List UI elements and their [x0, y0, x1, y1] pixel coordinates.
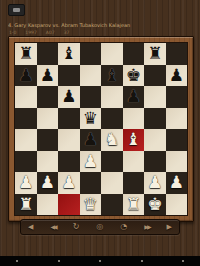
square-e1[interactable]: [101, 194, 123, 216]
nav-dot: [58, 260, 60, 262]
square-a8[interactable]: ♜: [15, 43, 37, 65]
square-d5[interactable]: ♛: [80, 108, 102, 130]
chess-app-screen: 4. Gary Kasparov vs. Abram Tubakovich Ka…: [0, 0, 200, 266]
square-g2[interactable]: ♟: [144, 172, 166, 194]
square-h8[interactable]: [166, 43, 188, 65]
square-a7[interactable]: ♟: [15, 65, 37, 87]
square-a5[interactable]: [15, 108, 37, 130]
square-g4[interactable]: [144, 129, 166, 151]
square-b6[interactable]: [37, 86, 59, 108]
black-pawn-c6: ♟: [61, 88, 76, 105]
board-frame: ♜♝♜♟♟♝♚♟♟♟♛♟♞♝♟♟♟♟♟♟♜♛♜♚: [8, 36, 194, 222]
next-game-button[interactable]: ▶: [167, 223, 172, 231]
square-e2[interactable]: [101, 172, 123, 194]
engine-button[interactable]: ◎: [96, 223, 103, 231]
black-pawn-a7: ♟: [18, 67, 33, 84]
white-bishop-f4: ♝: [126, 131, 141, 148]
square-g8[interactable]: ♜: [144, 43, 166, 65]
clock-button[interactable]: ◔: [120, 223, 127, 231]
square-e8[interactable]: [101, 43, 123, 65]
square-g5[interactable]: [144, 108, 166, 130]
square-a1[interactable]: ♜: [15, 194, 37, 216]
square-e7[interactable]: ♝: [101, 65, 123, 87]
game-result: 1-0: [9, 30, 16, 35]
black-bishop-c8: ♝: [61, 45, 76, 62]
square-f1[interactable]: ♜: [123, 194, 145, 216]
square-h1[interactable]: [166, 194, 188, 216]
android-nav-strip: [0, 256, 200, 266]
square-f3[interactable]: [123, 151, 145, 173]
white-queen-d1: ♛: [83, 196, 98, 213]
square-g1[interactable]: ♚: [144, 194, 166, 216]
battery-icon: [8, 4, 25, 16]
square-e4[interactable]: ♞: [101, 129, 123, 151]
square-b4[interactable]: [37, 129, 59, 151]
square-f7[interactable]: ♚: [123, 65, 145, 87]
skip-to-start-button[interactable]: ◀◀: [50, 223, 55, 231]
square-h7[interactable]: ♟: [166, 65, 188, 87]
black-queen-d5: ♛: [83, 110, 98, 127]
square-g6[interactable]: [144, 86, 166, 108]
square-d8[interactable]: [80, 43, 102, 65]
white-pawn-c2: ♟: [61, 174, 76, 191]
square-c7[interactable]: [58, 65, 80, 87]
square-h3[interactable]: [166, 151, 188, 173]
square-d7[interactable]: [80, 65, 102, 87]
square-d1[interactable]: ♛: [80, 194, 102, 216]
white-pawn-d3: ♟: [83, 153, 98, 170]
square-b2[interactable]: ♟: [37, 172, 59, 194]
black-rook-a8: ♜: [18, 45, 33, 62]
chess-board[interactable]: ♜♝♜♟♟♝♚♟♟♟♛♟♞♝♟♟♟♟♟♟♜♛♜♚: [14, 42, 188, 216]
square-f5[interactable]: [123, 108, 145, 130]
square-f4[interactable]: ♝: [123, 129, 145, 151]
square-c3[interactable]: [58, 151, 80, 173]
square-b8[interactable]: [37, 43, 59, 65]
square-c4[interactable]: [58, 129, 80, 151]
square-b3[interactable]: [37, 151, 59, 173]
square-d3[interactable]: ♟: [80, 151, 102, 173]
square-c1[interactable]: [58, 194, 80, 216]
square-f2[interactable]: [123, 172, 145, 194]
square-g3[interactable]: [144, 151, 166, 173]
nav-dot: [182, 260, 184, 262]
square-c5[interactable]: [58, 108, 80, 130]
square-h5[interactable]: [166, 108, 188, 130]
square-b1[interactable]: [37, 194, 59, 216]
square-c6[interactable]: ♟: [58, 86, 80, 108]
white-knight-e4: ♞: [104, 131, 119, 148]
black-bishop-e7: ♝: [104, 67, 119, 84]
square-h4[interactable]: [166, 129, 188, 151]
black-pawn-h7: ♟: [169, 67, 184, 84]
game-year: 1997: [25, 30, 36, 35]
prev-game-button[interactable]: ◀: [28, 223, 33, 231]
replay-button[interactable]: ↻: [73, 223, 80, 231]
square-a6[interactable]: [15, 86, 37, 108]
square-h6[interactable]: [166, 86, 188, 108]
square-c8[interactable]: ♝: [58, 43, 80, 65]
square-d2[interactable]: [80, 172, 102, 194]
nav-dot: [99, 260, 101, 262]
game-eco: A07: [46, 30, 55, 35]
black-pawn-f6: ♟: [126, 88, 141, 105]
nav-dot: [141, 260, 143, 262]
square-e5[interactable]: [101, 108, 123, 130]
square-d4[interactable]: ♟: [80, 129, 102, 151]
square-b7[interactable]: ♟: [37, 65, 59, 87]
white-king-g1: ♚: [147, 196, 162, 213]
game-title: 4. Gary Kasparov vs. Abram Tubakovich Ka…: [8, 22, 192, 28]
square-e6[interactable]: [101, 86, 123, 108]
square-g7[interactable]: [144, 65, 166, 87]
square-a3[interactable]: [15, 151, 37, 173]
black-rook-g8: ♜: [147, 45, 162, 62]
skip-to-end-button[interactable]: ▶▶: [144, 223, 149, 231]
square-d6[interactable]: [80, 86, 102, 108]
battery-level: [13, 8, 20, 12]
black-pawn-b7: ♟: [40, 67, 55, 84]
square-a4[interactable]: [15, 129, 37, 151]
square-e3[interactable]: [101, 151, 123, 173]
white-pawn-b2: ♟: [40, 174, 55, 191]
square-f8[interactable]: [123, 43, 145, 65]
white-rook-f1: ♜: [126, 196, 141, 213]
white-rook-a1: ♜: [18, 196, 33, 213]
game-meta-row: 1-0 1997 A07 37: [9, 30, 69, 35]
square-f6[interactable]: ♟: [123, 86, 145, 108]
square-a2[interactable]: ♟: [15, 172, 37, 194]
white-pawn-h2: ♟: [169, 174, 184, 191]
black-pawn-d4: ♟: [83, 131, 98, 148]
square-c2[interactable]: ♟: [58, 172, 80, 194]
square-h2[interactable]: ♟: [166, 172, 188, 194]
black-king-f7: ♚: [126, 67, 141, 84]
square-b5[interactable]: [37, 108, 59, 130]
nav-dot: [16, 260, 18, 262]
playback-toolbar: ◀ ◀◀ ↻ ◎ ◔ ▶▶ ▶: [20, 219, 180, 235]
white-pawn-g2: ♟: [147, 174, 162, 191]
white-pawn-a2: ♟: [18, 174, 33, 191]
game-moves: 37: [64, 30, 70, 35]
